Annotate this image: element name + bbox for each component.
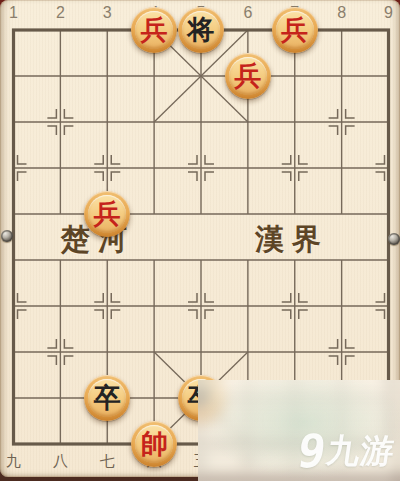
piece-character: 将 [188, 17, 215, 44]
coordinate-label: 1 [9, 4, 18, 22]
coordinate-label: 8 [337, 4, 346, 22]
nine-game-logo-text: 九游 [325, 435, 398, 468]
piece-red-兵[interactable]: 兵 [84, 191, 130, 237]
xiangqi-screenshot: 123456789 九八七六五四三二一 楚河 漢界 兵将兵兵兵卒卒帥 9 九游 [0, 0, 400, 481]
piece-character: 兵 [141, 17, 168, 44]
screw-right-icon [388, 233, 400, 245]
piece-red-帥[interactable]: 帥 [131, 421, 177, 467]
piece-red-兵[interactable]: 兵 [225, 53, 271, 99]
piece-character: 兵 [234, 63, 261, 90]
coordinate-label: 九 [6, 452, 21, 471]
piece-red-兵[interactable]: 兵 [131, 7, 177, 53]
piece-character: 帥 [141, 431, 168, 458]
coordinate-label: 6 [243, 4, 252, 22]
watermark-overlay: 9 九游 [198, 380, 400, 481]
river-label-right: 漢界 [255, 220, 329, 260]
piece-black-卒[interactable]: 卒 [84, 375, 130, 421]
piece-character: 兵 [94, 201, 121, 228]
coordinate-label: 七 [100, 452, 115, 471]
piece-red-兵[interactable]: 兵 [272, 7, 318, 53]
piece-character: 兵 [281, 17, 308, 44]
coordinate-label: 2 [56, 4, 65, 22]
coordinate-label: 9 [384, 4, 393, 22]
piece-black-将[interactable]: 将 [178, 7, 224, 53]
piece-character: 卒 [94, 385, 121, 412]
nine-game-logo: 9 九游 [295, 428, 398, 474]
coordinate-label: 八 [53, 452, 68, 471]
coordinate-label: 3 [103, 4, 112, 22]
screw-left-icon [1, 230, 13, 242]
